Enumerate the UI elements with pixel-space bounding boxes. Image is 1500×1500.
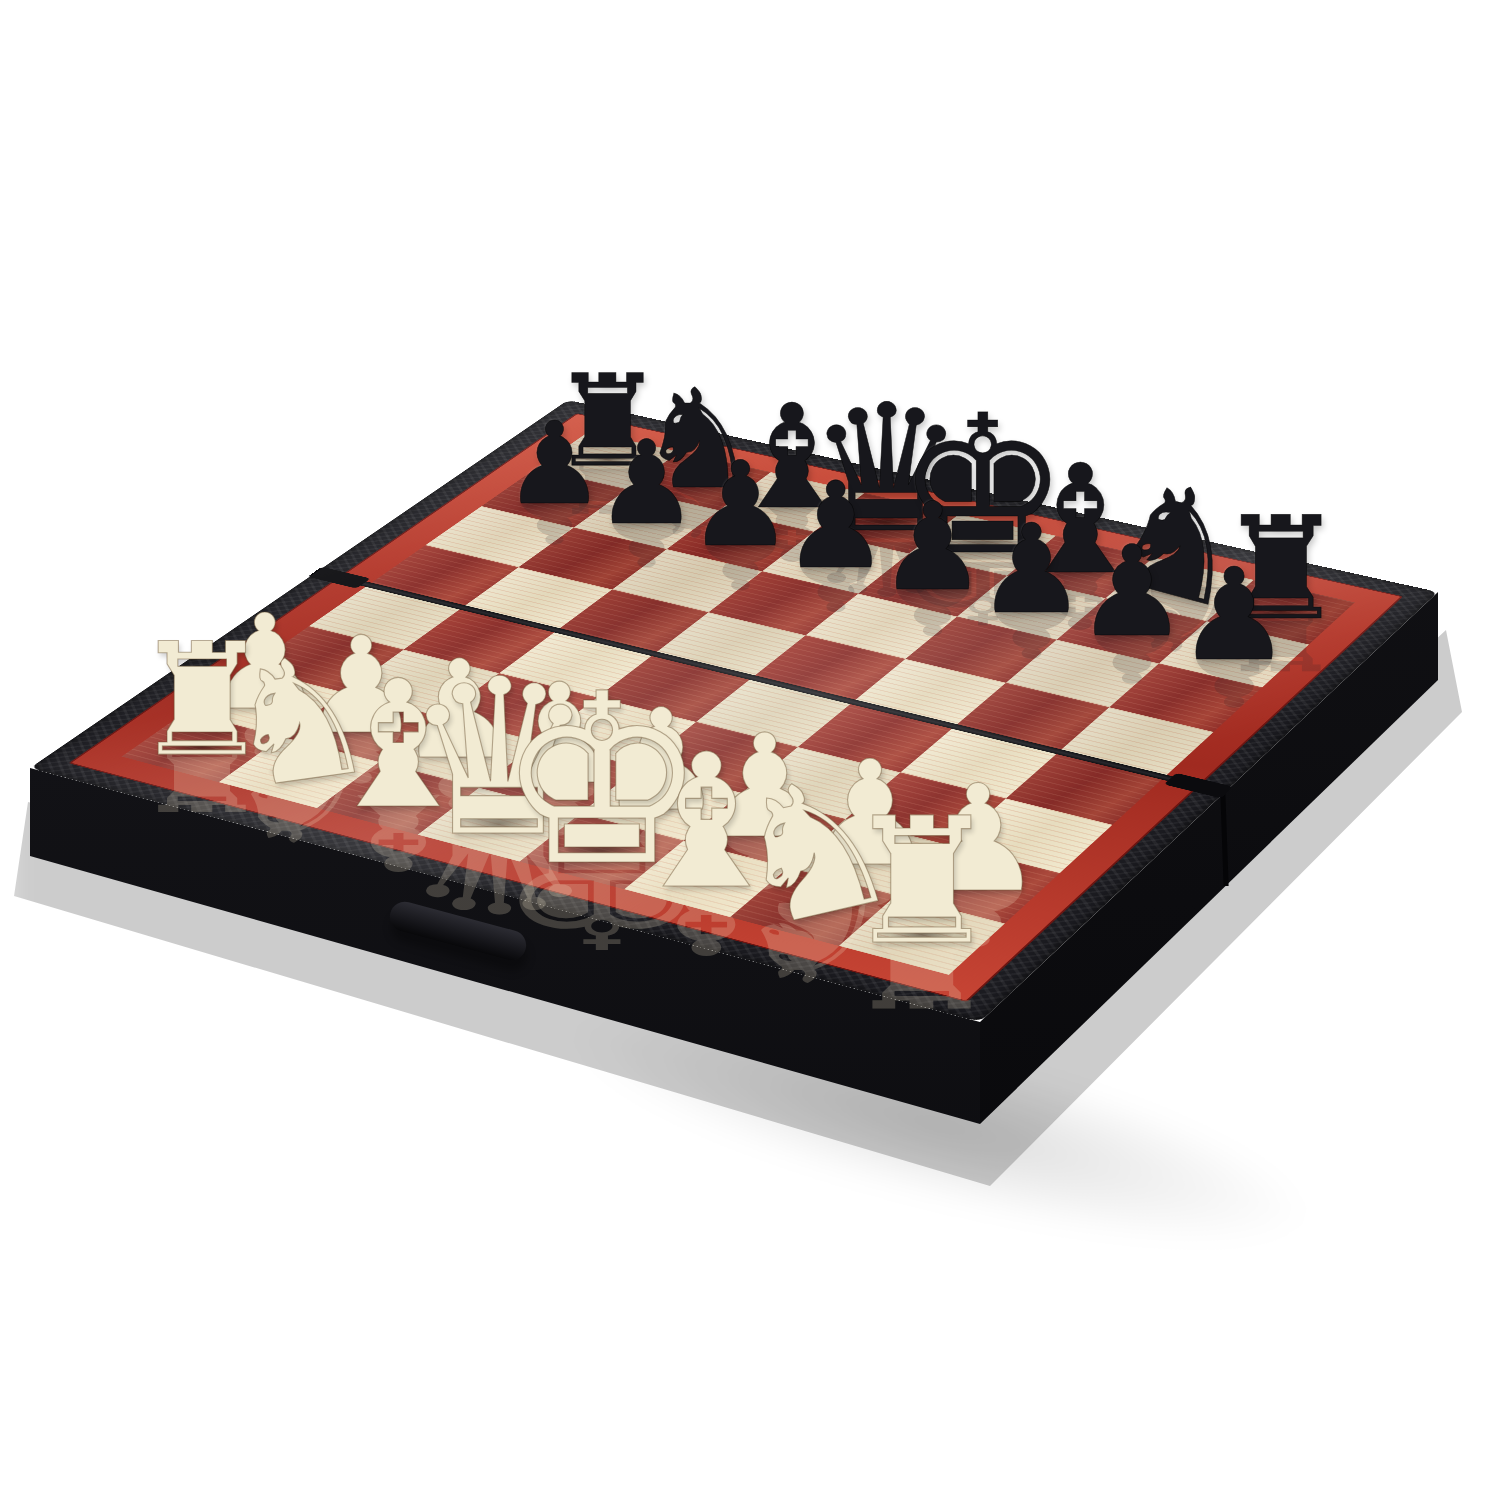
piece-black-pawn-e7[interactable]: ♟ — [878, 487, 987, 608]
piece-black-pawn-g7[interactable]: ♟ — [1076, 530, 1188, 655]
piece-black-pawn-f7[interactable]: ♟ — [976, 508, 1087, 631]
piece-black-pawn-c7[interactable]: ♟ — [688, 446, 793, 564]
piece-black-pawn-b7[interactable]: ♟ — [595, 426, 699, 542]
piece-black-pawn-h7[interactable]: ♟ — [1177, 552, 1291, 679]
piece-black-pawn-d7[interactable]: ♟ — [782, 467, 889, 586]
piece-black-pawn-a7[interactable]: ♟ — [503, 406, 605, 520]
product-photo-stage: ♜♞♝♛♚♝♞♜♟♟♟♟♟♟♟♟♜♞♝♛♚♝♞♜♟♟♟♟♟♟♟♟ ♜♞♝♛♚♝♞… — [0, 0, 1500, 1500]
piece-white-rook-h1[interactable]: ♜ — [844, 795, 1000, 969]
